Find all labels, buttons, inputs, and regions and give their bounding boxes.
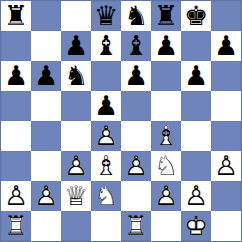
square-h3[interactable]: ♟♙ xyxy=(211,151,241,181)
piece-black-pawn[interactable]: ♟ xyxy=(1,61,31,91)
square-c8[interactable] xyxy=(61,1,91,31)
square-d2[interactable]: ♞♘ xyxy=(91,181,121,211)
piece-white-rook[interactable]: ♖ xyxy=(121,211,151,241)
square-f7[interactable]: ♟ xyxy=(151,31,181,61)
square-b3[interactable] xyxy=(31,151,61,181)
piece-black-pawn[interactable]: ♟ xyxy=(211,31,241,61)
square-f8[interactable]: ♜ xyxy=(151,1,181,31)
piece-white-pawn-fill: ♟ xyxy=(1,181,31,211)
piece-white-pawn[interactable]: ♙ xyxy=(1,181,31,211)
square-c4[interactable] xyxy=(61,121,91,151)
chess-board-container: ♜♛♞♜♚♟♝♝♟♟♟♟♞♟♟♟♟♙♝♗♟♙♝♗♟♙♞♘♟♙♟♙♟♙♛♕♞♘♟♙… xyxy=(0,0,242,242)
square-f3[interactable]: ♞♘ xyxy=(151,151,181,181)
square-g5[interactable] xyxy=(181,91,211,121)
square-e2[interactable] xyxy=(121,181,151,211)
piece-black-pawn[interactable]: ♟ xyxy=(181,61,211,91)
piece-white-pawn[interactable]: ♙ xyxy=(211,151,241,181)
square-a2[interactable]: ♟♙ xyxy=(1,181,31,211)
square-b6[interactable]: ♟ xyxy=(31,61,61,91)
piece-white-pawn-fill: ♟ xyxy=(31,181,61,211)
piece-black-pawn[interactable]: ♟ xyxy=(91,91,121,121)
square-d1[interactable] xyxy=(91,211,121,241)
square-b7[interactable] xyxy=(31,31,61,61)
square-b4[interactable] xyxy=(31,121,61,151)
piece-black-pawn[interactable]: ♟ xyxy=(121,61,151,91)
square-h2[interactable] xyxy=(211,181,241,211)
square-d4[interactable]: ♟♙ xyxy=(91,121,121,151)
piece-white-knight[interactable]: ♘ xyxy=(151,151,181,181)
square-f2[interactable]: ♟♙ xyxy=(151,181,181,211)
square-c3[interactable]: ♟♙ xyxy=(61,151,91,181)
square-a7[interactable] xyxy=(1,31,31,61)
square-g3[interactable] xyxy=(181,151,211,181)
square-b5[interactable] xyxy=(31,91,61,121)
piece-white-pawn-fill: ♟ xyxy=(181,181,211,211)
square-c7[interactable]: ♟ xyxy=(61,31,91,61)
piece-white-pawn-fill: ♟ xyxy=(61,151,91,181)
piece-white-king[interactable]: ♔ xyxy=(181,211,211,241)
square-f6[interactable] xyxy=(151,61,181,91)
square-a8[interactable]: ♜ xyxy=(1,1,31,31)
piece-white-pawn[interactable]: ♙ xyxy=(61,151,91,181)
piece-black-rook[interactable]: ♜ xyxy=(151,1,181,31)
square-a5[interactable] xyxy=(1,91,31,121)
piece-white-pawn-fill: ♟ xyxy=(121,151,151,181)
piece-black-bishop[interactable]: ♝ xyxy=(91,31,121,61)
square-c6[interactable]: ♞ xyxy=(61,61,91,91)
piece-white-bishop[interactable]: ♗ xyxy=(151,121,181,151)
square-e8[interactable]: ♞ xyxy=(121,1,151,31)
piece-white-pawn-fill: ♟ xyxy=(151,181,181,211)
square-f5[interactable] xyxy=(151,91,181,121)
square-g8[interactable]: ♚ xyxy=(181,1,211,31)
piece-white-pawn-fill: ♟ xyxy=(91,121,121,151)
piece-white-queen[interactable]: ♕ xyxy=(61,181,91,211)
square-b8[interactable] xyxy=(31,1,61,31)
piece-white-bishop-fill: ♝ xyxy=(91,151,121,181)
piece-white-rook-fill: ♜ xyxy=(1,211,31,241)
square-h8[interactable] xyxy=(211,1,241,31)
square-a3[interactable] xyxy=(1,151,31,181)
square-h5[interactable] xyxy=(211,91,241,121)
piece-white-pawn[interactable]: ♙ xyxy=(151,181,181,211)
piece-white-pawn[interactable]: ♙ xyxy=(31,181,61,211)
square-e6[interactable]: ♟ xyxy=(121,61,151,91)
square-e5[interactable] xyxy=(121,91,151,121)
square-c5[interactable] xyxy=(61,91,91,121)
piece-black-pawn[interactable]: ♟ xyxy=(31,61,61,91)
piece-white-pawn-fill: ♟ xyxy=(211,151,241,181)
square-a4[interactable] xyxy=(1,121,31,151)
chess-board: ♜♛♞♜♚♟♝♝♟♟♟♟♞♟♟♟♟♙♝♗♟♙♝♗♟♙♞♘♟♙♟♙♟♙♛♕♞♘♟♙… xyxy=(0,0,242,242)
square-f1[interactable] xyxy=(151,211,181,241)
piece-black-knight[interactable]: ♞ xyxy=(121,1,151,31)
piece-white-bishop[interactable]: ♗ xyxy=(91,151,121,181)
piece-black-bishop[interactable]: ♝ xyxy=(121,31,151,61)
piece-white-pawn[interactable]: ♙ xyxy=(181,181,211,211)
square-g2[interactable]: ♟♙ xyxy=(181,181,211,211)
piece-black-rook[interactable]: ♜ xyxy=(1,1,31,31)
square-e7[interactable]: ♝ xyxy=(121,31,151,61)
square-d6[interactable] xyxy=(91,61,121,91)
piece-white-knight-fill: ♞ xyxy=(151,151,181,181)
square-f4[interactable]: ♝♗ xyxy=(151,121,181,151)
square-a1[interactable]: ♜♖ xyxy=(1,211,31,241)
square-h7[interactable]: ♟ xyxy=(211,31,241,61)
piece-white-knight-fill: ♞ xyxy=(91,181,121,211)
square-h4[interactable] xyxy=(211,121,241,151)
piece-white-knight[interactable]: ♘ xyxy=(91,181,121,211)
square-h1[interactable] xyxy=(211,211,241,241)
square-e3[interactable]: ♟♙ xyxy=(121,151,151,181)
square-b1[interactable] xyxy=(31,211,61,241)
piece-black-knight[interactable]: ♞ xyxy=(61,61,91,91)
square-d5[interactable]: ♟ xyxy=(91,91,121,121)
square-e4[interactable] xyxy=(121,121,151,151)
square-g4[interactable] xyxy=(181,121,211,151)
square-e1[interactable]: ♜♖ xyxy=(121,211,151,241)
piece-white-queen-fill: ♛ xyxy=(61,181,91,211)
piece-white-bishop-fill: ♝ xyxy=(151,121,181,151)
piece-black-pawn[interactable]: ♟ xyxy=(61,31,91,61)
square-g7[interactable] xyxy=(181,31,211,61)
square-h6[interactable] xyxy=(211,61,241,91)
square-d7[interactable]: ♝ xyxy=(91,31,121,61)
piece-black-queen[interactable]: ♛ xyxy=(91,1,121,31)
square-g1[interactable]: ♚♔ xyxy=(181,211,211,241)
square-d3[interactable]: ♝♗ xyxy=(91,151,121,181)
piece-white-pawn[interactable]: ♙ xyxy=(91,121,121,151)
piece-black-king[interactable]: ♚ xyxy=(181,1,211,31)
piece-black-pawn[interactable]: ♟ xyxy=(151,31,181,61)
piece-white-king-fill: ♚ xyxy=(181,211,211,241)
square-c2[interactable]: ♛♕ xyxy=(61,181,91,211)
piece-white-rook[interactable]: ♖ xyxy=(1,211,31,241)
square-b2[interactable]: ♟♙ xyxy=(31,181,61,211)
square-a6[interactable]: ♟ xyxy=(1,61,31,91)
piece-white-rook-fill: ♜ xyxy=(121,211,151,241)
piece-white-pawn[interactable]: ♙ xyxy=(121,151,151,181)
square-c1[interactable] xyxy=(61,211,91,241)
square-d8[interactable]: ♛ xyxy=(91,1,121,31)
square-g6[interactable]: ♟ xyxy=(181,61,211,91)
